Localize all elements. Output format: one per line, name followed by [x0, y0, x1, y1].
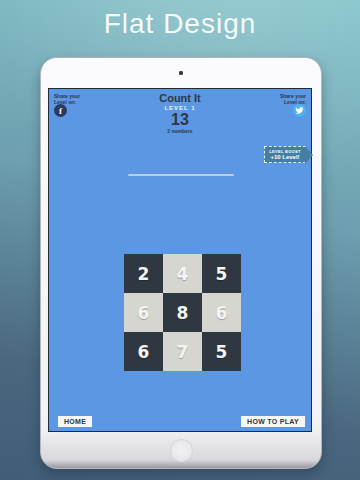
page-background: { "page_title": "Flat Design", "game": "… [0, 0, 360, 480]
twitter-bird-icon [295, 106, 304, 115]
grid-cell-r3c1[interactable]: 6 [124, 332, 163, 371]
target-number: 13 [49, 111, 311, 129]
grid-cell-r3c3[interactable]: 5 [202, 332, 241, 371]
how-to-play-button[interactable]: HOW TO PLAY [241, 416, 305, 427]
app-screen: Share your Level on: f Count It LEVEL 1 … [48, 88, 312, 432]
page-title: Flat Design [0, 8, 360, 40]
grid-cell-r1c2[interactable]: 4 [163, 254, 202, 293]
home-button[interactable]: HOME [58, 416, 92, 427]
grid-cell-r2c1[interactable]: 6 [124, 293, 163, 332]
twitter-icon[interactable] [293, 104, 306, 117]
selection-divider-line [128, 174, 234, 176]
number-grid: 245686675 [124, 254, 241, 371]
grid-cell-r3c2[interactable]: 7 [163, 332, 202, 371]
level-boost-badge[interactable]: LEVEL BOOST +10 Level! [264, 146, 306, 163]
level-boost-line2: +10 Level! [265, 154, 305, 160]
target-hint: 2 numbers [49, 128, 311, 134]
ipad-frame: Share your Level on: f Count It LEVEL 1 … [40, 57, 322, 469]
ipad-home-button[interactable] [170, 439, 193, 462]
share-twitter-label: Share your Level on: [280, 93, 306, 105]
grid-cell-r2c3[interactable]: 6 [202, 293, 241, 332]
app-title: Count It [49, 92, 311, 104]
front-camera-icon [179, 71, 183, 75]
grid-cell-r2c2[interactable]: 8 [163, 293, 202, 332]
grid-cell-r1c3[interactable]: 5 [202, 254, 241, 293]
grid-cell-r1c1[interactable]: 2 [124, 254, 163, 293]
